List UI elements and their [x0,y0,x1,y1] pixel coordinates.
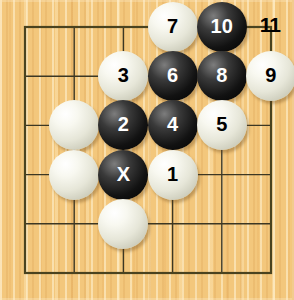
point-4-1[interactable]: 7 [148,2,197,51]
stone-white-1-c4r4: 1 [148,150,198,200]
point-1-5[interactable] [0,199,49,248]
point-6-2[interactable]: 9 [246,52,294,101]
stone-label: 8 [216,65,227,85]
point-4-3[interactable]: 4 [148,101,197,150]
point-2-6[interactable] [50,248,99,297]
point-4-4[interactable]: 1 [148,150,197,199]
point-2-4[interactable] [50,150,99,199]
point-1-3[interactable] [0,101,49,150]
point-1-1[interactable] [0,2,49,51]
point-1-2[interactable] [0,52,49,101]
point-6-6[interactable] [246,248,294,297]
point-2-2[interactable] [50,52,99,101]
point-5-2[interactable]: 8 [197,52,246,101]
stone-white-5-c5r3: 5 [197,100,247,150]
stone-label: 7 [167,16,178,36]
point-2-3[interactable] [50,101,99,150]
move-label-11: 11 [260,13,280,37]
point-5-3[interactable]: 5 [197,101,246,150]
point-6-5[interactable] [246,199,294,248]
point-1-4[interactable] [0,150,49,199]
board-points-grid: 710113689245X1 [0,2,294,297]
stone-label: 6 [167,65,178,85]
point-4-2[interactable]: 6 [148,52,197,101]
point-1-6[interactable] [0,248,49,297]
stone-label: 5 [216,114,227,134]
stone-black-x-c3r4: X [98,150,148,200]
point-4-6[interactable] [148,248,197,297]
go-board: 710113689245X1 [0,0,294,300]
stone-black-4-c4r3: 4 [148,100,198,150]
stone-white-3-c3r2: 3 [98,51,148,101]
point-6-1[interactable]: 11 [246,2,294,51]
point-5-4[interactable] [197,150,246,199]
point-3-4[interactable]: X [99,150,148,199]
stone-black-6-c4r2: 6 [148,51,198,101]
stone-white-c2r3 [49,100,99,150]
point-2-5[interactable] [50,199,99,248]
stone-label: 2 [118,114,129,134]
stone-label: 3 [118,65,129,85]
point-5-1[interactable]: 10 [197,2,246,51]
stone-black-8-c5r2: 8 [197,51,247,101]
point-5-5[interactable] [197,199,246,248]
point-3-2[interactable]: 3 [99,52,148,101]
point-5-6[interactable] [197,248,246,297]
stone-black-2-c3r3: 2 [98,100,148,150]
point-3-3[interactable]: 2 [99,101,148,150]
stone-label: 10 [211,16,233,36]
stone-white-9-c6r2: 9 [246,51,294,101]
stone-label: 9 [265,65,276,85]
point-3-6[interactable] [99,248,148,297]
point-3-5[interactable] [99,199,148,248]
point-3-1[interactable] [99,2,148,51]
point-6-4[interactable] [246,150,294,199]
stone-label: X [117,164,130,184]
point-4-5[interactable] [148,199,197,248]
stone-label: 4 [167,114,178,134]
stone-white-7-c4r1: 7 [148,2,198,52]
stone-black-10-c5r1: 10 [197,2,247,52]
point-6-3[interactable] [246,101,294,150]
stone-white-c2r4 [49,150,99,200]
stone-white-c3r5 [98,199,148,249]
point-2-1[interactable] [50,2,99,51]
stone-label: 1 [167,164,178,184]
